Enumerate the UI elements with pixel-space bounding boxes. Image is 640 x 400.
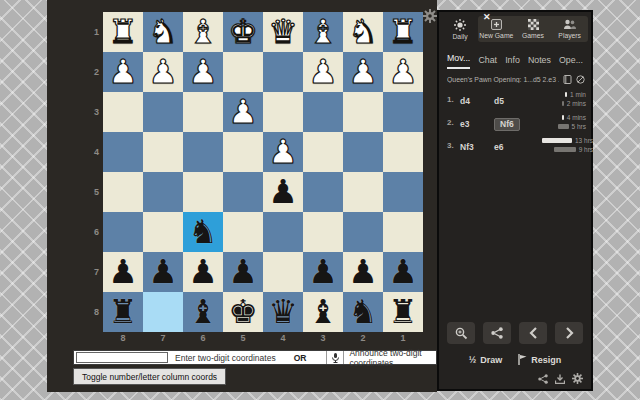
enter-coords-label: Enter two-digit coordinates (170, 353, 276, 363)
resign-button[interactable]: Resign (518, 354, 561, 365)
time-bar (565, 92, 567, 97)
rank-labels: 12345678 (85, 12, 99, 332)
board-square[interactable] (143, 292, 183, 332)
top-tabs: Daily ✕ New Game (439, 12, 591, 47)
opening-book-icon[interactable] (563, 75, 572, 84)
time-label: 13 hrs (575, 137, 593, 144)
rank-label: 5 (85, 172, 99, 212)
piece-black-pawn[interactable]: ♟ (148, 252, 178, 292)
column-label: 6 (183, 333, 223, 346)
spacer (439, 159, 591, 322)
board-square[interactable]: ♟ (143, 252, 183, 292)
panel-tab-ope[interactable]: Ope... (559, 55, 583, 69)
board-square[interactable] (343, 132, 383, 172)
move-times: 13 hrs9 hrs (542, 137, 593, 153)
board-square[interactable]: ♟ (183, 52, 223, 92)
time-label: 2 mins (567, 100, 586, 107)
coordinate-input[interactable] (76, 352, 168, 363)
forward-chevron-button[interactable] (555, 322, 583, 344)
board-square[interactable]: ♝ (183, 12, 223, 52)
column-label: 8 (103, 333, 143, 346)
panel-tabs: Mov...ChatInfoNotesOpe... (439, 47, 591, 69)
piece-white-knight[interactable]: ♞ (348, 12, 378, 52)
piece-white-knight[interactable]: ♞ (148, 12, 178, 52)
piece-white-queen[interactable]: ♛ (268, 12, 298, 52)
tab-new-game-label: New Game (479, 32, 513, 39)
board-square[interactable] (383, 92, 423, 132)
board-square[interactable] (143, 92, 183, 132)
board-square[interactable] (143, 212, 183, 252)
board-square[interactable] (103, 172, 143, 212)
board-square[interactable] (263, 212, 303, 252)
board-square[interactable]: ♞ (183, 212, 223, 252)
board-square[interactable]: ♜ (383, 292, 423, 332)
piece-black-pawn[interactable]: ♟ (188, 252, 218, 292)
board-square[interactable]: ♞ (343, 292, 383, 332)
rank-label: 3 (85, 92, 99, 132)
board-square[interactable]: ♟ (383, 52, 423, 92)
people-icon (563, 19, 576, 30)
board-square[interactable]: ♟ (263, 172, 303, 212)
column-label: 1 (383, 333, 423, 346)
piece-black-knight[interactable]: ♞ (348, 292, 378, 332)
board-square[interactable] (303, 132, 343, 172)
opening-row: Queen's Pawn Opening: 1...d5 2.e3 ... (439, 69, 591, 86)
board-square[interactable]: ♝ (183, 292, 223, 332)
move-number: 2. (447, 118, 460, 127)
piece-black-king[interactable]: ♚ (228, 292, 258, 332)
time-label: 4 mins (567, 114, 586, 121)
board-square[interactable]: ♜ (103, 12, 143, 52)
column-label: 7 (143, 333, 183, 346)
board-square[interactable]: ♝ (303, 12, 343, 52)
back-chevron-button[interactable] (519, 322, 547, 344)
piece-white-pawn[interactable]: ♟ (268, 132, 298, 172)
piece-black-pawn[interactable]: ♟ (268, 172, 298, 212)
rank-label: 7 (85, 252, 99, 292)
move-number: 1. (447, 95, 460, 104)
tab-games[interactable]: Games (515, 19, 552, 39)
board-square[interactable]: ♟ (343, 252, 383, 292)
time-bar (558, 124, 569, 129)
column-label: 2 (343, 333, 383, 346)
board-square[interactable] (263, 52, 303, 92)
piece-white-pawn[interactable]: ♟ (188, 52, 218, 92)
board-square[interactable] (183, 92, 223, 132)
piece-black-pawn[interactable]: ♟ (108, 252, 138, 292)
resign-label: Resign (531, 355, 561, 365)
board-square[interactable]: ♟ (143, 52, 183, 92)
piece-white-pawn[interactable]: ♟ (348, 52, 378, 92)
board-square[interactable] (303, 212, 343, 252)
board-square[interactable] (343, 172, 383, 212)
piece-black-pawn[interactable]: ♟ (308, 252, 338, 292)
piece-white-pawn[interactable]: ♟ (228, 92, 258, 132)
board-square[interactable]: ♛ (263, 292, 303, 332)
board-square[interactable] (143, 172, 183, 212)
time-label: 1 min (570, 91, 586, 98)
checkerboard-icon (528, 19, 539, 30)
board-square[interactable]: ♟ (183, 252, 223, 292)
column-label: 4 (263, 333, 303, 346)
piece-black-bishop[interactable]: ♝ (188, 292, 218, 332)
piece-black-bishop[interactable]: ♝ (308, 292, 338, 332)
board-square[interactable]: ♚ (223, 292, 263, 332)
time-bar (554, 147, 576, 152)
tab-new-game[interactable]: New Game (478, 19, 515, 39)
board-square[interactable] (383, 172, 423, 212)
toggle-column-coords-button[interactable]: Toggle number/letter column coords (73, 368, 226, 385)
tab-games-label: Games (522, 32, 544, 39)
board-square[interactable] (183, 172, 223, 212)
piece-black-pawn[interactable]: ♟ (388, 252, 418, 292)
draw-button[interactable]: ½ Draw (469, 355, 503, 365)
tab-players-label: Players (558, 32, 581, 39)
announce-coords-label: Announce two-digit coordinates (344, 348, 436, 368)
panel-tab-mov[interactable]: Mov... (447, 53, 470, 69)
draw-label: Draw (480, 355, 502, 365)
move-times: 1 min2 mins (542, 91, 586, 107)
move-times: 4 mins5 hrs (542, 114, 586, 130)
board-square[interactable]: ♜ (103, 292, 143, 332)
tab-group: New Game Games (478, 16, 588, 42)
board-square[interactable] (383, 132, 423, 172)
piece-black-pawn[interactable]: ♟ (228, 252, 258, 292)
board-square[interactable] (303, 92, 343, 132)
sun-icon (454, 19, 466, 31)
time-label: 9 hrs (579, 146, 593, 153)
board-square[interactable]: ♟ (303, 252, 343, 292)
board-square[interactable]: ♟ (223, 252, 263, 292)
board-square[interactable]: ♟ (103, 52, 143, 92)
chess-board[interactable]: ♜♞♝♚♛♝♞♜♟♟♟♟♟♟♟♟♟♞♟♟♟♟♟♟♟♜♝♚♛♝♞♜ (103, 12, 423, 332)
board-square[interactable]: ♚ (223, 12, 263, 52)
board-square[interactable]: ♞ (143, 12, 183, 52)
piece-white-bishop[interactable]: ♝ (188, 12, 218, 52)
board-square[interactable] (103, 212, 143, 252)
column-labels: 87654321 (103, 333, 423, 346)
column-label: 5 (223, 333, 263, 346)
rank-label: 6 (85, 212, 99, 252)
piece-black-queen[interactable]: ♛ (268, 292, 298, 332)
panel-tab-chat[interactable]: Chat (478, 55, 497, 69)
time-bar (542, 138, 572, 143)
column-label: 3 (303, 333, 343, 346)
piece-white-rook[interactable]: ♜ (388, 12, 418, 52)
board-square[interactable] (383, 212, 423, 252)
no-engine-icon[interactable] (576, 75, 585, 84)
sidebar: Daily ✕ New Game (437, 10, 593, 391)
coordinate-entry-bar: Enter two-digit coordinates OR Announce … (73, 350, 437, 365)
board-square[interactable] (183, 132, 223, 172)
tab-players[interactable]: Players (551, 19, 588, 39)
panel-tab-info[interactable]: Info (505, 55, 520, 69)
piece-white-king[interactable]: ♚ (228, 12, 258, 52)
board-square[interactable] (223, 52, 263, 92)
share-icon[interactable] (538, 374, 548, 384)
piece-black-rook[interactable]: ♜ (108, 292, 138, 332)
rank-label: 1 (85, 12, 99, 52)
move-black-san[interactable]: e6 (494, 142, 503, 152)
board-square[interactable] (103, 92, 143, 132)
piece-white-rook[interactable]: ♜ (108, 12, 138, 52)
piece-white-pawn[interactable]: ♟ (148, 52, 178, 92)
close-icon[interactable]: ✕ (483, 12, 491, 22)
board-square[interactable] (223, 132, 263, 172)
move-white-san[interactable]: e3 (460, 119, 469, 129)
move-number: 3. (447, 141, 460, 150)
rank-label: 2 (85, 52, 99, 92)
time-label: 5 hrs (572, 123, 586, 130)
board-square[interactable]: ♟ (343, 52, 383, 92)
board-settings-gear-icon[interactable] (423, 9, 437, 23)
page-background: 12345678 ♜♞♝♚♛♝♞♜♟♟♟♟♟♟♟♟♟♞♟♟♟♟♟♟♟♜♝♚♛♝♞… (0, 0, 640, 400)
move-list: 1.d4d51 min2 mins2.e3Nf64 mins5 hrs3.Nf3… (439, 86, 591, 159)
opening-name: Queen's Pawn Opening: 1...d5 2.e3 ... (447, 76, 559, 83)
rank-label: 8 (85, 292, 99, 332)
flag-icon (518, 354, 527, 365)
nav-buttons (439, 322, 591, 344)
board-square[interactable] (223, 172, 263, 212)
microphone-button[interactable] (326, 351, 344, 364)
board-square[interactable]: ♛ (263, 12, 303, 52)
move-row: 2.e3Nf64 mins5 hrs (447, 113, 586, 131)
board-square[interactable] (103, 132, 143, 172)
time-bar (562, 115, 564, 120)
piece-white-bishop[interactable]: ♝ (308, 12, 338, 52)
plus-square-icon (491, 19, 502, 30)
piece-white-pawn[interactable]: ♟ (388, 52, 418, 92)
board-square[interactable] (263, 92, 303, 132)
tab-daily[interactable]: Daily (442, 16, 478, 42)
board-square[interactable] (263, 252, 303, 292)
piece-black-knight[interactable]: ♞ (188, 212, 218, 252)
move-row: 1.d4d51 min2 mins (447, 90, 586, 108)
board-square[interactable]: ♟ (303, 52, 343, 92)
settings-gear-icon[interactable] (572, 373, 583, 384)
board-square[interactable]: ♟ (103, 252, 143, 292)
piece-black-rook[interactable]: ♜ (388, 292, 418, 332)
time-bar (562, 101, 564, 106)
piece-white-pawn[interactable]: ♟ (308, 52, 338, 92)
tab-daily-label: Daily (452, 33, 467, 40)
board-square[interactable]: ♟ (263, 132, 303, 172)
board-square[interactable]: ♞ (343, 12, 383, 52)
half-icon: ½ (469, 355, 477, 365)
action-row: ½ Draw Resign (439, 354, 591, 365)
footer-icons (439, 373, 591, 389)
move-black-san[interactable]: d5 (494, 96, 504, 106)
move-row: 3.Nf3e613 hrs9 hrs (447, 136, 586, 154)
board-square[interactable] (343, 92, 383, 132)
board-panel: 12345678 ♜♞♝♚♛♝♞♜♟♟♟♟♟♟♟♟♟♞♟♟♟♟♟♟♟♜♝♚♛♝♞… (47, 0, 437, 392)
board-square[interactable] (143, 132, 183, 172)
piece-white-pawn[interactable]: ♟ (108, 52, 138, 92)
rank-label: 4 (85, 132, 99, 172)
board-square[interactable]: ♟ (223, 92, 263, 132)
or-label: OR (294, 353, 307, 363)
analysis-magnifier-button[interactable] (447, 322, 475, 344)
board-square[interactable] (303, 172, 343, 212)
board-square[interactable] (223, 212, 263, 252)
panel-tab-notes[interactable]: Notes (528, 55, 551, 69)
move-black-san[interactable]: Nf6 (494, 118, 520, 131)
move-white-san[interactable]: Nf3 (460, 142, 474, 152)
board-square[interactable] (343, 212, 383, 252)
download-icon[interactable] (555, 374, 565, 384)
board-square[interactable]: ♟ (383, 252, 423, 292)
move-white-san[interactable]: d4 (460, 96, 470, 106)
board-square[interactable]: ♜ (383, 12, 423, 52)
board-square[interactable]: ♝ (303, 292, 343, 332)
share-position-button[interactable] (483, 322, 511, 344)
piece-black-pawn[interactable]: ♟ (348, 252, 378, 292)
